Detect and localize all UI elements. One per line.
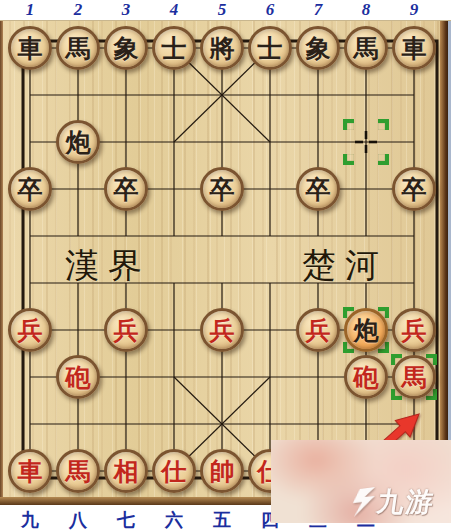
piece-glyph: 兵 — [114, 318, 139, 343]
piece-glyph: 兵 — [402, 318, 427, 343]
piece-glyph: 馬 — [66, 36, 91, 61]
piece-red-soldier[interactable]: 兵 — [8, 308, 52, 352]
piece-glyph: 車 — [18, 459, 43, 484]
piece-glyph: 馬 — [402, 365, 427, 390]
piece-glyph: 馬 — [66, 459, 91, 484]
piece-glyph: 士 — [162, 36, 187, 61]
piece-glyph: 仕 — [162, 459, 187, 484]
piece-glyph: 砲 — [66, 365, 91, 390]
piece-glyph: 士 — [258, 36, 283, 61]
piece-glyph: 象 — [306, 36, 331, 61]
piece-black-elephant[interactable]: 象 — [104, 26, 148, 70]
piece-glyph: 炮 — [66, 130, 91, 155]
piece-black-chariot[interactable]: 車 — [392, 26, 436, 70]
piece-red-soldier[interactable]: 兵 — [200, 308, 244, 352]
crosshair-icon — [353, 129, 379, 155]
piece-glyph: 車 — [18, 36, 43, 61]
piece-glyph: 象 — [114, 36, 139, 61]
piece-red-chariot[interactable]: 車 — [8, 449, 52, 493]
9game-logo-icon — [350, 486, 376, 518]
piece-glyph: 將 — [210, 36, 235, 61]
piece-red-horse[interactable]: 馬 — [56, 449, 100, 493]
piece-red-elephant[interactable]: 相 — [104, 449, 148, 493]
piece-glyph: 卒 — [402, 177, 427, 202]
piece-black-cannon[interactable]: 炮 — [344, 308, 388, 352]
piece-black-soldier[interactable]: 卒 — [104, 167, 148, 211]
piece-glyph: 卒 — [114, 177, 139, 202]
piece-black-soldier[interactable]: 卒 — [200, 167, 244, 211]
9game-watermark-logo: 九游 — [349, 484, 437, 520]
9game-logo-text: 九游 — [374, 484, 437, 520]
piece-black-advisor[interactable]: 士 — [152, 26, 196, 70]
piece-red-soldier[interactable]: 兵 — [392, 308, 436, 352]
piece-black-chariot[interactable]: 車 — [8, 26, 52, 70]
piece-glyph: 卒 — [210, 177, 235, 202]
piece-glyph: 馬 — [354, 36, 379, 61]
piece-red-advisor[interactable]: 仕 — [152, 449, 196, 493]
piece-glyph: 車 — [402, 36, 427, 61]
piece-black-horse[interactable]: 馬 — [56, 26, 100, 70]
piece-red-cannon[interactable]: 砲 — [344, 355, 388, 399]
piece-glyph: 兵 — [306, 318, 331, 343]
piece-black-soldier[interactable]: 卒 — [296, 167, 340, 211]
river-text-left: 漢界 — [33, 243, 183, 289]
piece-red-horse[interactable]: 馬 — [392, 355, 436, 399]
piece-glyph: 卒 — [306, 177, 331, 202]
piece-black-elephant[interactable]: 象 — [296, 26, 340, 70]
piece-red-soldier[interactable]: 兵 — [296, 308, 340, 352]
piece-glyph: 砲 — [354, 365, 379, 390]
piece-red-general[interactable]: 帥 — [200, 449, 244, 493]
piece-black-soldier[interactable]: 卒 — [8, 167, 52, 211]
piece-glyph: 兵 — [210, 318, 235, 343]
piece-black-horse[interactable]: 馬 — [344, 26, 388, 70]
piece-glyph: 兵 — [18, 318, 43, 343]
piece-black-soldier[interactable]: 卒 — [392, 167, 436, 211]
piece-red-soldier[interactable]: 兵 — [104, 308, 148, 352]
river-text-right: 楚河 — [270, 243, 420, 289]
piece-black-advisor[interactable]: 士 — [248, 26, 292, 70]
last-move-origin-marker — [343, 119, 389, 165]
piece-red-cannon[interactable]: 砲 — [56, 355, 100, 399]
piece-glyph: 炮 — [354, 318, 379, 343]
xiangqi-app-screenshot: 123456789 漢界 楚河 車馬象士將士象馬車炮卒卒卒卒卒兵兵兵兵炮兵砲砲馬… — [0, 0, 451, 530]
piece-glyph: 卒 — [18, 177, 43, 202]
piece-black-cannon[interactable]: 炮 — [56, 120, 100, 164]
piece-glyph: 相 — [114, 459, 139, 484]
piece-glyph: 帥 — [210, 459, 235, 484]
piece-black-general[interactable]: 將 — [200, 26, 244, 70]
